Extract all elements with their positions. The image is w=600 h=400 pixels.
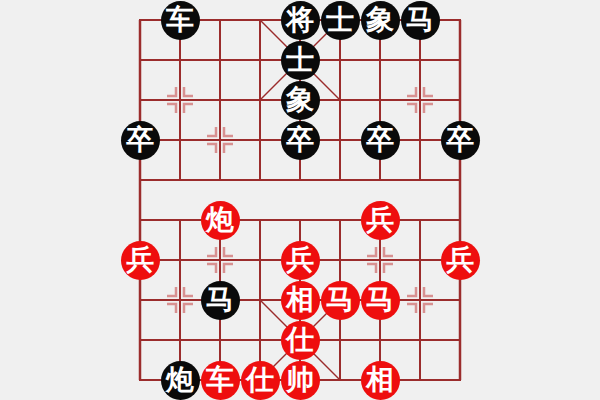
piece-red-elephant[interactable]: 相 [361, 361, 400, 400]
piece-black-advisor[interactable]: 士 [321, 1, 360, 40]
piece-black-horse[interactable]: 马 [201, 281, 240, 320]
piece-red-soldier[interactable]: 兵 [361, 201, 400, 240]
piece-black-soldier[interactable]: 卒 [441, 121, 480, 160]
piece-black-elephant[interactable]: 象 [281, 81, 320, 120]
xiangqi-board[interactable]: 车将士象马士象卒卒卒卒炮兵兵兵兵马相马马仕炮车仕帅相 [120, 0, 480, 400]
piece-black-elephant[interactable]: 象 [361, 1, 400, 40]
piece-black-horse[interactable]: 马 [401, 1, 440, 40]
piece-red-soldier[interactable]: 兵 [281, 241, 320, 280]
piece-red-soldier[interactable]: 兵 [121, 241, 160, 280]
piece-red-general[interactable]: 帅 [281, 361, 320, 400]
piece-red-chariot[interactable]: 车 [201, 361, 240, 400]
piece-red-advisor[interactable]: 仕 [241, 361, 280, 400]
piece-red-soldier[interactable]: 兵 [441, 241, 480, 280]
piece-black-advisor[interactable]: 士 [281, 41, 320, 80]
piece-black-cannon[interactable]: 炮 [161, 361, 200, 400]
piece-red-advisor[interactable]: 仕 [281, 321, 320, 360]
piece-red-horse[interactable]: 马 [361, 281, 400, 320]
piece-red-cannon[interactable]: 炮 [201, 201, 240, 240]
piece-black-chariot[interactable]: 车 [161, 1, 200, 40]
piece-black-soldier[interactable]: 卒 [281, 121, 320, 160]
piece-black-general[interactable]: 将 [281, 1, 320, 40]
piece-black-soldier[interactable]: 卒 [121, 121, 160, 160]
xiangqi-app-window: 车将士象马士象卒卒卒卒炮兵兵兵兵马相马马仕炮车仕帅相 [0, 0, 600, 400]
piece-black-soldier[interactable]: 卒 [361, 121, 400, 160]
piece-red-elephant[interactable]: 相 [281, 281, 320, 320]
piece-red-horse[interactable]: 马 [321, 281, 360, 320]
